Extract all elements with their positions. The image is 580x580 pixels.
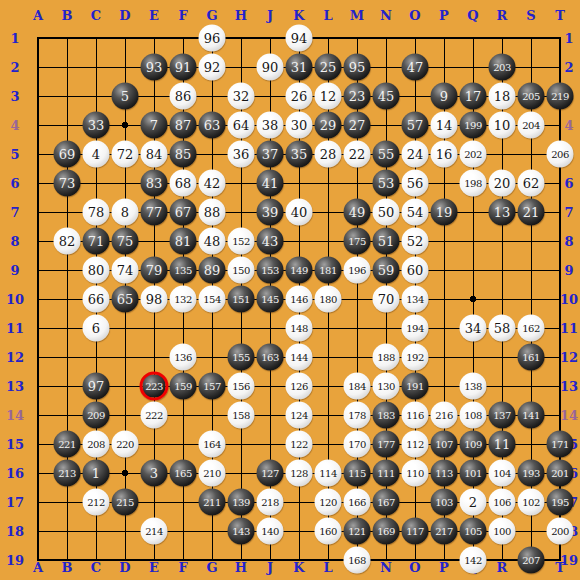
move-number: 36 xyxy=(233,148,250,161)
stone-white: 108 xyxy=(460,402,487,429)
stone-white: 104 xyxy=(489,460,516,487)
stone-black: 175 xyxy=(344,228,371,255)
stone-black: 47 xyxy=(402,54,429,81)
move-number: 79 xyxy=(146,264,163,277)
move-number: 42 xyxy=(204,177,221,190)
move-number: 12 xyxy=(320,90,337,103)
stone-black: 85 xyxy=(170,141,197,168)
go-game-record-viewer: AABBCCDDEEFFGGHHJJKKLLMMNNOOPPQQRRSSTT11… xyxy=(0,0,580,580)
move-number: 59 xyxy=(378,264,395,277)
move-number: 33 xyxy=(88,119,105,132)
stone-white: 60 xyxy=(402,257,429,284)
move-number: 213 xyxy=(58,468,76,478)
move-number: 121 xyxy=(348,526,366,536)
stone-white: 216 xyxy=(431,402,458,429)
stone-white: 204 xyxy=(518,112,545,139)
move-number: 210 xyxy=(203,468,221,478)
stone-black: 221 xyxy=(54,431,81,458)
move-number: 54 xyxy=(407,206,424,219)
stone-white: 34 xyxy=(460,315,487,342)
move-number: 80 xyxy=(88,264,105,277)
stone-black: 169 xyxy=(373,518,400,545)
move-number: 69 xyxy=(59,148,76,161)
stone-black: 5 xyxy=(112,83,139,110)
stone-white: 120 xyxy=(315,489,342,516)
stone-white: 130 xyxy=(373,373,400,400)
move-number: 161 xyxy=(522,352,540,362)
move-number: 25 xyxy=(320,61,337,74)
move-number: 84 xyxy=(146,148,163,161)
row-label-left: 8 xyxy=(10,234,19,249)
move-number: 30 xyxy=(291,119,308,132)
stone-black: 107 xyxy=(431,431,458,458)
stone-black: 53 xyxy=(373,170,400,197)
stone-white: 148 xyxy=(286,315,313,342)
stone-white: 136 xyxy=(170,344,197,371)
move-number: 109 xyxy=(464,439,482,449)
stone-black: 43 xyxy=(257,228,284,255)
stone-white: 140 xyxy=(257,518,284,545)
move-number: 216 xyxy=(435,410,453,420)
row-label-left: 19 xyxy=(6,553,24,568)
move-number: 47 xyxy=(407,61,424,74)
move-number: 204 xyxy=(522,120,540,130)
row-label-right: 11 xyxy=(560,321,578,336)
row-label-left: 12 xyxy=(6,350,24,365)
stone-black: 87 xyxy=(170,112,197,139)
move-number: 10 xyxy=(494,119,511,132)
stone-black: 153 xyxy=(257,257,284,284)
move-number: 68 xyxy=(175,177,192,190)
stone-black: 93 xyxy=(141,54,168,81)
row-label-right: 10 xyxy=(560,292,578,307)
move-number: 194 xyxy=(406,323,424,333)
move-number: 120 xyxy=(319,497,337,507)
move-number: 27 xyxy=(349,119,366,132)
column-label-top: G xyxy=(206,8,217,23)
column-label-top: F xyxy=(178,8,187,23)
stone-black: 103 xyxy=(431,489,458,516)
stone-white: 52 xyxy=(402,228,429,255)
stone-black: 65 xyxy=(112,286,139,313)
stone-white: 38 xyxy=(257,112,284,139)
move-number: 19 xyxy=(436,206,453,219)
column-label-bottom: L xyxy=(323,560,332,575)
hoshi-point xyxy=(470,296,476,302)
stone-white: 6 xyxy=(83,315,110,342)
row-label-right: 8 xyxy=(564,234,573,249)
row-label-right: 9 xyxy=(564,263,573,278)
move-number: 144 xyxy=(290,352,308,362)
move-number: 31 xyxy=(291,61,308,74)
move-number: 37 xyxy=(262,148,279,161)
move-number: 2 xyxy=(469,496,477,509)
stone-white: 122 xyxy=(286,431,313,458)
stone-black: 117 xyxy=(402,518,429,545)
move-number: 38 xyxy=(262,119,279,132)
stone-black: 95 xyxy=(344,54,371,81)
column-label-bottom: P xyxy=(439,560,449,575)
move-number: 74 xyxy=(117,264,134,277)
stone-white: 184 xyxy=(344,373,371,400)
stone-black: 167 xyxy=(373,489,400,516)
stone-white: 94 xyxy=(286,25,313,52)
row-label-left: 7 xyxy=(10,205,19,220)
move-number: 20 xyxy=(494,177,511,190)
row-label-left: 4 xyxy=(10,118,19,133)
stone-white: 132 xyxy=(170,286,197,313)
row-label-right: 19 xyxy=(560,553,578,568)
stone-black: 75 xyxy=(112,228,139,255)
move-number: 21 xyxy=(523,206,540,219)
move-number: 205 xyxy=(522,91,540,101)
move-number: 101 xyxy=(464,468,482,478)
move-number: 128 xyxy=(290,468,308,478)
move-number: 14 xyxy=(436,119,453,132)
stone-black: 109 xyxy=(460,431,487,458)
move-number: 28 xyxy=(320,148,337,161)
move-number: 18 xyxy=(494,90,511,103)
move-number: 9 xyxy=(440,90,448,103)
row-label-right: 6 xyxy=(564,176,573,191)
move-number: 87 xyxy=(175,119,192,132)
stone-white: 28 xyxy=(315,141,342,168)
stone-black: 111 xyxy=(373,460,400,487)
stone-black: 63 xyxy=(199,112,226,139)
stone-black: 143 xyxy=(228,518,255,545)
column-label-top: P xyxy=(439,8,449,23)
stone-white: 180 xyxy=(315,286,342,313)
move-number: 155 xyxy=(232,352,250,362)
stone-white: 30 xyxy=(286,112,313,139)
move-number: 200 xyxy=(551,526,569,536)
move-number: 159 xyxy=(174,381,192,391)
move-number: 117 xyxy=(406,526,424,536)
column-label-top: E xyxy=(149,8,159,23)
move-number: 127 xyxy=(261,468,279,478)
move-number: 92 xyxy=(204,61,221,74)
move-number: 63 xyxy=(204,119,221,132)
move-number: 3 xyxy=(150,467,158,480)
move-number: 114 xyxy=(319,468,337,478)
column-label-bottom: O xyxy=(409,560,420,575)
stone-black: 195 xyxy=(547,489,574,516)
stone-white: 138 xyxy=(460,373,487,400)
stone-black: 89 xyxy=(199,257,226,284)
stone-black: 149 xyxy=(286,257,313,284)
move-number: 168 xyxy=(348,555,366,565)
move-number: 201 xyxy=(551,468,569,478)
stone-white: 146 xyxy=(286,286,313,313)
stone-black: 57 xyxy=(402,112,429,139)
move-number: 8 xyxy=(121,206,129,219)
stone-white: 62 xyxy=(518,170,545,197)
move-number: 45 xyxy=(378,90,395,103)
stone-white: 154 xyxy=(199,286,226,313)
stone-white: 4 xyxy=(83,141,110,168)
stone-black: 33 xyxy=(83,112,110,139)
move-number: 223 xyxy=(145,381,163,391)
stone-white: 12 xyxy=(315,83,342,110)
move-number: 97 xyxy=(88,380,105,393)
move-number: 180 xyxy=(319,294,337,304)
stone-black: 7 xyxy=(141,112,168,139)
move-number: 208 xyxy=(87,439,105,449)
move-number: 95 xyxy=(349,61,366,74)
stone-black: 19 xyxy=(431,199,458,226)
stone-black: 101 xyxy=(460,460,487,487)
stone-white: 8 xyxy=(112,199,139,226)
stone-black: 201 xyxy=(547,460,574,487)
move-number: 135 xyxy=(174,265,192,275)
stone-white: 68 xyxy=(170,170,197,197)
stone-white: 10 xyxy=(489,112,516,139)
move-number: 143 xyxy=(232,526,250,536)
move-number: 43 xyxy=(262,235,279,248)
stone-black: 115 xyxy=(344,460,371,487)
stone-white: 128 xyxy=(286,460,313,487)
move-number: 202 xyxy=(464,149,482,159)
move-number: 178 xyxy=(348,410,366,420)
stone-black: 13 xyxy=(489,199,516,226)
row-label-left: 3 xyxy=(10,89,19,104)
move-number: 130 xyxy=(377,381,395,391)
stone-black: 39 xyxy=(257,199,284,226)
stone-black: 83 xyxy=(141,170,168,197)
stone-black: 49 xyxy=(344,199,371,226)
move-number: 132 xyxy=(174,294,192,304)
move-number: 164 xyxy=(203,439,221,449)
stone-black: 157 xyxy=(199,373,226,400)
column-label-top: L xyxy=(323,8,332,23)
move-number: 221 xyxy=(58,439,76,449)
move-number: 24 xyxy=(407,148,424,161)
stone-black: 71 xyxy=(83,228,110,255)
move-number: 91 xyxy=(175,61,192,74)
move-number: 116 xyxy=(406,410,424,420)
stone-white: 210 xyxy=(199,460,226,487)
move-number: 163 xyxy=(261,352,279,362)
stone-black: 23 xyxy=(344,83,371,110)
column-label-bottom: C xyxy=(91,560,101,575)
move-number: 86 xyxy=(175,90,192,103)
move-number: 207 xyxy=(522,555,540,565)
stone-black: 217 xyxy=(431,518,458,545)
move-number: 112 xyxy=(406,439,424,449)
move-number: 66 xyxy=(88,293,105,306)
stone-white: 22 xyxy=(344,141,371,168)
stone-white: 196 xyxy=(344,257,371,284)
stone-white: 212 xyxy=(83,489,110,516)
move-number: 136 xyxy=(174,352,192,362)
move-number: 196 xyxy=(348,265,366,275)
move-number: 169 xyxy=(377,526,395,536)
move-number: 107 xyxy=(435,439,453,449)
move-number: 157 xyxy=(203,381,221,391)
stone-white: 152 xyxy=(228,228,255,255)
move-number: 67 xyxy=(175,206,192,219)
stone-white: 24 xyxy=(402,141,429,168)
stone-black: 73 xyxy=(54,170,81,197)
row-label-left: 16 xyxy=(6,466,24,481)
stone-white: 100 xyxy=(489,518,516,545)
move-number: 77 xyxy=(146,206,163,219)
move-number: 94 xyxy=(291,32,308,45)
stone-black: 11 xyxy=(489,431,516,458)
move-number: 170 xyxy=(348,439,366,449)
move-number: 145 xyxy=(261,294,279,304)
row-label-right: 13 xyxy=(560,379,578,394)
column-label-top: N xyxy=(380,8,392,23)
move-number: 148 xyxy=(290,323,308,333)
move-number: 206 xyxy=(551,149,569,159)
row-label-left: 9 xyxy=(10,263,19,278)
move-number: 137 xyxy=(493,410,511,420)
move-number: 115 xyxy=(348,468,366,478)
move-number: 113 xyxy=(435,468,453,478)
stone-black: 209 xyxy=(83,402,110,429)
move-number: 58 xyxy=(494,322,511,335)
stone-white: 150 xyxy=(228,257,255,284)
move-number: 183 xyxy=(377,410,395,420)
move-number: 65 xyxy=(117,293,134,306)
move-number: 39 xyxy=(262,206,279,219)
move-number: 134 xyxy=(406,294,424,304)
move-number: 35 xyxy=(291,148,308,161)
move-number: 192 xyxy=(406,352,424,362)
move-number: 150 xyxy=(232,265,250,275)
move-number: 175 xyxy=(348,236,366,246)
move-number: 72 xyxy=(117,148,134,161)
row-label-right: 4 xyxy=(564,118,573,133)
stone-last-move: 223 xyxy=(140,372,169,401)
move-number: 71 xyxy=(88,235,105,248)
move-number: 110 xyxy=(406,468,424,478)
move-number: 102 xyxy=(522,497,540,507)
move-number: 89 xyxy=(204,264,221,277)
column-label-bottom: G xyxy=(206,560,217,575)
move-number: 96 xyxy=(204,32,221,45)
row-label-right: 12 xyxy=(560,350,578,365)
move-number: 104 xyxy=(493,468,511,478)
column-label-bottom: F xyxy=(178,560,187,575)
stone-white: 192 xyxy=(402,344,429,371)
move-number: 214 xyxy=(145,526,163,536)
stone-white: 102 xyxy=(518,489,545,516)
move-number: 22 xyxy=(349,148,366,161)
move-number: 181 xyxy=(319,265,337,275)
stone-white: 58 xyxy=(489,315,516,342)
stone-white: 156 xyxy=(228,373,255,400)
stone-white: 206 xyxy=(547,141,574,168)
move-number: 108 xyxy=(464,410,482,420)
stone-white: 106 xyxy=(489,489,516,516)
move-number: 219 xyxy=(551,91,569,101)
row-label-right: 7 xyxy=(564,205,573,220)
move-number: 26 xyxy=(291,90,308,103)
stone-black: 21 xyxy=(518,199,545,226)
stone-white: 208 xyxy=(83,431,110,458)
stone-black: 37 xyxy=(257,141,284,168)
stone-white: 20 xyxy=(489,170,516,197)
stone-black: 35 xyxy=(286,141,313,168)
move-number: 5 xyxy=(121,90,129,103)
stone-black: 97 xyxy=(83,373,110,400)
stone-black: 79 xyxy=(141,257,168,284)
row-label-left: 11 xyxy=(6,321,24,336)
stone-white: 18 xyxy=(489,83,516,110)
stone-white: 222 xyxy=(141,402,168,429)
row-label-left: 13 xyxy=(6,379,24,394)
move-number: 138 xyxy=(464,381,482,391)
column-label-bottom: H xyxy=(235,560,247,575)
stone-white: 90 xyxy=(257,54,284,81)
stone-black: 3 xyxy=(141,460,168,487)
column-label-bottom: E xyxy=(149,560,159,575)
move-number: 83 xyxy=(146,177,163,190)
move-number: 62 xyxy=(523,177,540,190)
move-number: 7 xyxy=(150,119,158,132)
stone-black: 151 xyxy=(228,286,255,313)
stone-white: 40 xyxy=(286,199,313,226)
move-number: 40 xyxy=(291,206,308,219)
move-number: 158 xyxy=(232,410,250,420)
move-number: 124 xyxy=(290,410,308,420)
move-number: 222 xyxy=(145,410,163,420)
stone-black: 163 xyxy=(257,344,284,371)
stone-black: 171 xyxy=(547,431,574,458)
column-label-bottom: B xyxy=(62,560,73,575)
stone-white: 220 xyxy=(112,431,139,458)
stone-white: 218 xyxy=(257,489,284,516)
stone-black: 155 xyxy=(228,344,255,371)
move-number: 217 xyxy=(435,526,453,536)
move-number: 64 xyxy=(233,119,250,132)
stone-black: 183 xyxy=(373,402,400,429)
stone-black: 215 xyxy=(112,489,139,516)
row-label-left: 14 xyxy=(6,408,24,423)
stone-black: 165 xyxy=(170,460,197,487)
stone-white: 64 xyxy=(228,112,255,139)
move-number: 78 xyxy=(88,206,105,219)
column-label-top: B xyxy=(62,8,73,23)
move-number: 199 xyxy=(464,120,482,130)
stone-white: 70 xyxy=(373,286,400,313)
hoshi-point xyxy=(122,122,128,128)
move-number: 218 xyxy=(261,497,279,507)
move-number: 203 xyxy=(493,62,511,72)
stone-black: 145 xyxy=(257,286,284,313)
move-number: 11 xyxy=(494,438,511,451)
move-number: 32 xyxy=(233,90,250,103)
move-number: 60 xyxy=(407,264,424,277)
stone-black: 139 xyxy=(228,489,255,516)
move-number: 141 xyxy=(522,410,540,420)
stone-white: 168 xyxy=(344,547,371,574)
move-number: 73 xyxy=(59,177,76,190)
move-number: 82 xyxy=(59,235,76,248)
stone-white: 166 xyxy=(344,489,371,516)
stone-white: 114 xyxy=(315,460,342,487)
stone-white: 178 xyxy=(344,402,371,429)
move-number: 215 xyxy=(116,497,134,507)
move-number: 100 xyxy=(493,526,511,536)
stone-black: 55 xyxy=(373,141,400,168)
column-label-top: K xyxy=(293,8,304,23)
column-label-bottom: D xyxy=(119,560,130,575)
stone-white: 200 xyxy=(547,518,574,545)
stone-white: 48 xyxy=(199,228,226,255)
